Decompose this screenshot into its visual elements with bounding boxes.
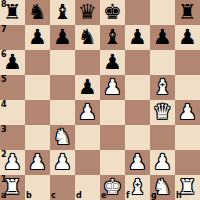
piece-black-rook[interactable]: ♜ — [175, 0, 200, 25]
square-h3[interactable] — [175, 125, 200, 150]
square-h5[interactable] — [175, 75, 200, 100]
piece-white-knight[interactable]: ♞ — [50, 125, 75, 150]
square-a1[interactable]: 1a♜ — [0, 175, 25, 200]
square-e3[interactable] — [100, 125, 125, 150]
piece-black-queen[interactable]: ♛ — [75, 0, 100, 25]
square-b2[interactable]: ♟ — [25, 150, 50, 175]
square-e4[interactable] — [100, 100, 125, 125]
piece-black-pawn[interactable]: ♟ — [25, 25, 50, 50]
piece-black-pawn[interactable]: ♟ — [175, 25, 200, 50]
piece-white-pawn[interactable]: ♟ — [50, 150, 75, 175]
piece-black-pawn[interactable]: ♟ — [150, 25, 175, 50]
square-d4[interactable]: ♟ — [75, 100, 100, 125]
square-a8[interactable]: 8♜ — [0, 0, 25, 25]
piece-black-bishop[interactable]: ♝ — [100, 25, 125, 50]
square-g7[interactable]: ♟ — [150, 25, 175, 50]
piece-black-knight[interactable]: ♞ — [75, 25, 100, 50]
piece-black-king[interactable]: ♚ — [100, 0, 125, 25]
square-b7[interactable]: ♟ — [25, 25, 50, 50]
piece-white-pawn[interactable]: ♟ — [75, 100, 100, 125]
square-d1[interactable]: d — [75, 175, 100, 200]
rank-label-3: 3 — [1, 126, 7, 134]
square-c4[interactable] — [50, 100, 75, 125]
square-b4[interactable] — [25, 100, 50, 125]
rank-label-6: 6 — [1, 51, 7, 59]
square-a2[interactable]: 2♟ — [0, 150, 25, 175]
square-h8[interactable]: ♜ — [175, 0, 200, 25]
piece-white-pawn[interactable]: ♟ — [150, 150, 175, 175]
piece-white-pawn[interactable]: ♟ — [100, 75, 125, 100]
piece-white-queen[interactable]: ♛ — [150, 100, 175, 125]
square-e2[interactable] — [100, 150, 125, 175]
piece-white-pawn[interactable]: ♟ — [125, 150, 150, 175]
square-e7[interactable]: ♝ — [100, 25, 125, 50]
piece-white-pawn[interactable]: ♟ — [175, 100, 200, 125]
square-h7[interactable]: ♟ — [175, 25, 200, 50]
square-a3[interactable]: 3 — [0, 125, 25, 150]
chess-board: 8♜♞♝♛♚♜7♟♟♞♝♟♟♟6♟♟5♟♟♝4♟♛♟3♞2♟♟♟♟♟1a♜bcd… — [0, 0, 200, 200]
square-f2[interactable]: ♟ — [125, 150, 150, 175]
square-d6[interactable] — [75, 50, 100, 75]
file-label-b: b — [26, 192, 32, 200]
square-g5[interactable]: ♝ — [150, 75, 175, 100]
piece-black-pawn[interactable]: ♟ — [100, 50, 125, 75]
rank-label-8: 8 — [1, 1, 7, 9]
square-c7[interactable]: ♟ — [50, 25, 75, 50]
piece-black-pawn[interactable]: ♟ — [75, 75, 100, 100]
rank-label-1: 1 — [1, 176, 7, 184]
rank-label-7: 7 — [1, 26, 7, 34]
file-label-h: h — [176, 192, 182, 200]
file-label-c: c — [51, 192, 56, 200]
piece-black-pawn[interactable]: ♟ — [50, 25, 75, 50]
square-d5[interactable]: ♟ — [75, 75, 100, 100]
square-b8[interactable]: ♞ — [25, 0, 50, 25]
square-c1[interactable]: c — [50, 175, 75, 200]
square-b5[interactable] — [25, 75, 50, 100]
square-a5[interactable]: 5 — [0, 75, 25, 100]
square-h6[interactable] — [175, 50, 200, 75]
square-g4[interactable]: ♛ — [150, 100, 175, 125]
square-d7[interactable]: ♞ — [75, 25, 100, 50]
rank-label-2: 2 — [1, 151, 7, 159]
square-f5[interactable] — [125, 75, 150, 100]
square-d2[interactable] — [75, 150, 100, 175]
square-g1[interactable]: g♞ — [150, 175, 175, 200]
square-e1[interactable]: e♚ — [100, 175, 125, 200]
square-c5[interactable] — [50, 75, 75, 100]
piece-white-pawn[interactable]: ♟ — [25, 150, 50, 175]
square-f7[interactable]: ♟ — [125, 25, 150, 50]
square-a4[interactable]: 4 — [0, 100, 25, 125]
square-b3[interactable] — [25, 125, 50, 150]
file-label-g: g — [151, 192, 157, 200]
square-e5[interactable]: ♟ — [100, 75, 125, 100]
square-h2[interactable] — [175, 150, 200, 175]
rank-label-5: 5 — [1, 76, 7, 84]
square-b6[interactable] — [25, 50, 50, 75]
piece-black-knight[interactable]: ♞ — [25, 0, 50, 25]
square-a6[interactable]: 6♟ — [0, 50, 25, 75]
square-f4[interactable] — [125, 100, 150, 125]
square-f6[interactable] — [125, 50, 150, 75]
square-g2[interactable]: ♟ — [150, 150, 175, 175]
piece-black-pawn[interactable]: ♟ — [125, 25, 150, 50]
square-e8[interactable]: ♚ — [100, 0, 125, 25]
file-label-e: e — [101, 192, 106, 200]
file-label-d: d — [76, 192, 82, 200]
square-f8[interactable] — [125, 0, 150, 25]
square-g8[interactable] — [150, 0, 175, 25]
rank-label-4: 4 — [1, 101, 7, 109]
piece-white-bishop[interactable]: ♝ — [150, 75, 175, 100]
square-f1[interactable]: f♝ — [125, 175, 150, 200]
square-g6[interactable] — [150, 50, 175, 75]
file-label-f: f — [126, 192, 129, 200]
square-c8[interactable]: ♝ — [50, 0, 75, 25]
square-c2[interactable]: ♟ — [50, 150, 75, 175]
square-f3[interactable] — [125, 125, 150, 150]
square-c6[interactable] — [50, 50, 75, 75]
square-h4[interactable]: ♟ — [175, 100, 200, 125]
piece-black-bishop[interactable]: ♝ — [50, 0, 75, 25]
square-d3[interactable] — [75, 125, 100, 150]
square-e6[interactable]: ♟ — [100, 50, 125, 75]
square-b1[interactable]: b — [25, 175, 50, 200]
square-g3[interactable] — [150, 125, 175, 150]
square-h1[interactable]: h♜ — [175, 175, 200, 200]
square-d8[interactable]: ♛ — [75, 0, 100, 25]
square-c3[interactable]: ♞ — [50, 125, 75, 150]
file-label-a: a — [1, 192, 6, 200]
square-a7[interactable]: 7 — [0, 25, 25, 50]
